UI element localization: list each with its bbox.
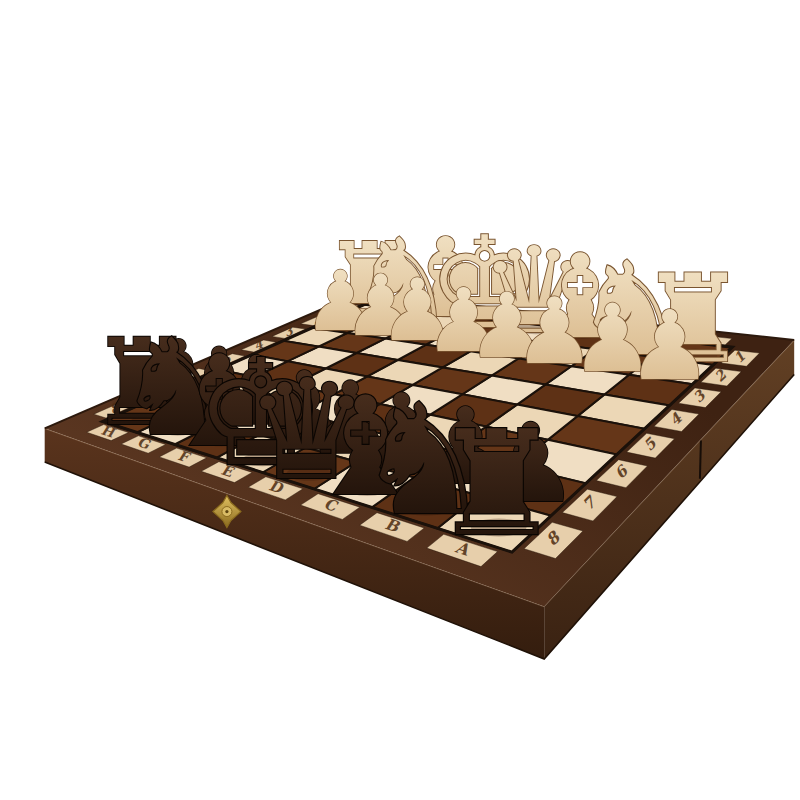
brass-clasp-pin xyxy=(225,510,228,513)
fold-seam xyxy=(700,440,701,478)
piece-black-rook-a8: ♜ xyxy=(432,400,562,568)
chess-set-product-photo: HH88GG77FF66EE55DD44CC33BB22AA11♝♜♞♚♛♟♟♝… xyxy=(0,0,800,800)
chess-board-perspective: HH88GG77FF66EE55DD44CC33BB22AA11♝♜♞♚♛♟♟♝… xyxy=(0,0,800,800)
piece-white-pawn-a2: ♟ xyxy=(627,290,713,402)
